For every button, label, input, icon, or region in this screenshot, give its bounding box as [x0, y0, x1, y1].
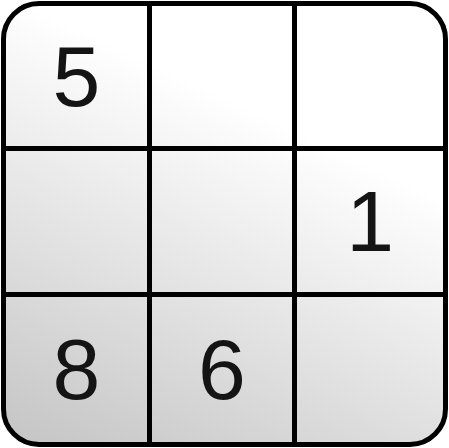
sudoku-board: 5 1 8 6: [1, 1, 448, 447]
cell-value: 5: [52, 33, 100, 119]
cell-value: 8: [52, 326, 100, 412]
cell-r1c3[interactable]: [297, 6, 443, 151]
cell-r1c2[interactable]: [152, 6, 298, 151]
cell-r3c3[interactable]: [297, 297, 443, 442]
cell-r2c2[interactable]: [152, 151, 298, 296]
cell-r3c2[interactable]: 6: [152, 297, 298, 442]
cell-r1c1[interactable]: 5: [6, 6, 152, 151]
cell-r2c1[interactable]: [6, 151, 152, 296]
cell-value: 1: [346, 178, 394, 264]
cell-r2c3[interactable]: 1: [297, 151, 443, 296]
cell-value: 6: [198, 326, 246, 412]
cell-r3c1[interactable]: 8: [6, 297, 152, 442]
